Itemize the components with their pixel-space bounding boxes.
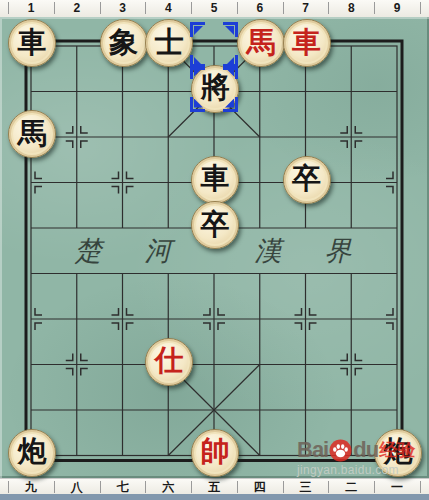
coordbar-tick <box>54 2 55 14</box>
piece-label: 帥 <box>201 437 230 466</box>
coordbar-tick <box>237 2 238 14</box>
file-label-top: 9 <box>394 1 401 16</box>
file-label-bottom: 三 <box>300 480 312 495</box>
xiangqi-board-screenshot: 1 2 3 4 5 6 7 8 9 <box>0 0 429 500</box>
file-label-top: 2 <box>73 1 80 16</box>
coordbar-tick <box>283 481 284 493</box>
file-label-bottom: 一 <box>391 480 403 495</box>
file-label-bottom: 四 <box>254 480 266 495</box>
piece-red-車[interactable]: 車 <box>283 19 331 67</box>
file-label-bottom: 九 <box>25 480 37 495</box>
piece-black-炮[interactable]: 炮 <box>8 429 56 477</box>
file-label-bottom: 五 <box>208 480 220 495</box>
coordbar-tick <box>420 2 421 14</box>
file-label-top: 7 <box>302 1 309 16</box>
piece-black-馬[interactable]: 馬 <box>8 110 56 158</box>
piece-label: 卒 <box>201 210 230 239</box>
piece-label: 車 <box>18 28 47 57</box>
coordbar-tick <box>54 481 55 493</box>
piece-label: 車 <box>292 28 321 57</box>
piece-label: 士 <box>155 28 184 57</box>
river-char: 漢 <box>255 235 286 266</box>
file-label-top: 1 <box>28 1 35 16</box>
piece-black-車[interactable]: 車 <box>191 156 239 204</box>
coordbar-tick <box>191 2 192 14</box>
coordbar-tick <box>145 481 146 493</box>
baidu-watermark: Bai du 经验 jingyan.baidu.com <box>297 438 415 476</box>
piece-label: 炮 <box>18 437 47 466</box>
coordbar-tick <box>100 2 101 14</box>
river-char: 楚 <box>75 235 106 266</box>
file-label-bottom: 六 <box>162 480 174 495</box>
piece-label: 馬 <box>246 28 275 57</box>
piece-black-卒[interactable]: 卒 <box>283 156 331 204</box>
watermark-brand-cn: 经验 <box>379 441 415 459</box>
watermark-url: jingyan.baidu.com <box>297 464 415 476</box>
coordbar-tick <box>420 481 421 493</box>
piece-black-象[interactable]: 象 <box>100 19 148 67</box>
file-label-top: 4 <box>165 1 172 16</box>
file-label-top: 8 <box>348 1 355 16</box>
baidu-paw-icon <box>329 439 352 462</box>
file-label-top: 3 <box>119 1 126 16</box>
coordbar-tick <box>8 481 9 493</box>
piece-red-仕[interactable]: 仕 <box>145 338 193 386</box>
coordbar-tick <box>8 2 9 14</box>
coordbar-tick <box>328 2 329 14</box>
coordbar-tick <box>374 481 375 493</box>
piece-label: 將 <box>201 73 230 102</box>
piece-black-卒[interactable]: 卒 <box>191 201 239 249</box>
coordbar-tick <box>283 2 284 14</box>
coordbar-tick <box>237 481 238 493</box>
coordbar-tick <box>328 481 329 493</box>
piece-red-馬[interactable]: 馬 <box>237 19 285 67</box>
piece-label: 象 <box>109 28 138 57</box>
xiangqi-board[interactable]: 楚 河 漢 界 車象士馬車將馬車卒卒仕炮帥炮 <box>0 17 429 478</box>
piece-label: 仕 <box>155 346 184 375</box>
watermark-brand-text: du <box>353 439 378 461</box>
piece-label: 車 <box>201 164 230 193</box>
river-char: 界 <box>325 235 353 266</box>
coordbar-tick <box>145 2 146 14</box>
watermark-brand-text: Bai <box>297 439 328 461</box>
coordbar-tick <box>100 481 101 493</box>
file-label-bottom: 二 <box>345 480 357 495</box>
piece-red-帥[interactable]: 帥 <box>191 429 239 477</box>
piece-label: 卒 <box>292 164 321 193</box>
piece-black-車[interactable]: 車 <box>8 19 56 67</box>
piece-black-士[interactable]: 士 <box>145 19 193 67</box>
coordbar-tick <box>374 2 375 14</box>
piece-black-將[interactable]: 將 <box>191 65 239 113</box>
file-label-top: 5 <box>211 1 218 16</box>
river-char: 河 <box>145 235 177 266</box>
file-label-bottom: 七 <box>117 480 129 495</box>
file-label-top: 6 <box>256 1 263 16</box>
window-bottom-edge <box>0 494 429 500</box>
file-label-bottom: 八 <box>71 480 83 495</box>
piece-label: 馬 <box>18 119 47 148</box>
coordbar-tick <box>191 481 192 493</box>
top-coordinate-bar: 1 2 3 4 5 6 7 8 9 <box>0 0 429 18</box>
